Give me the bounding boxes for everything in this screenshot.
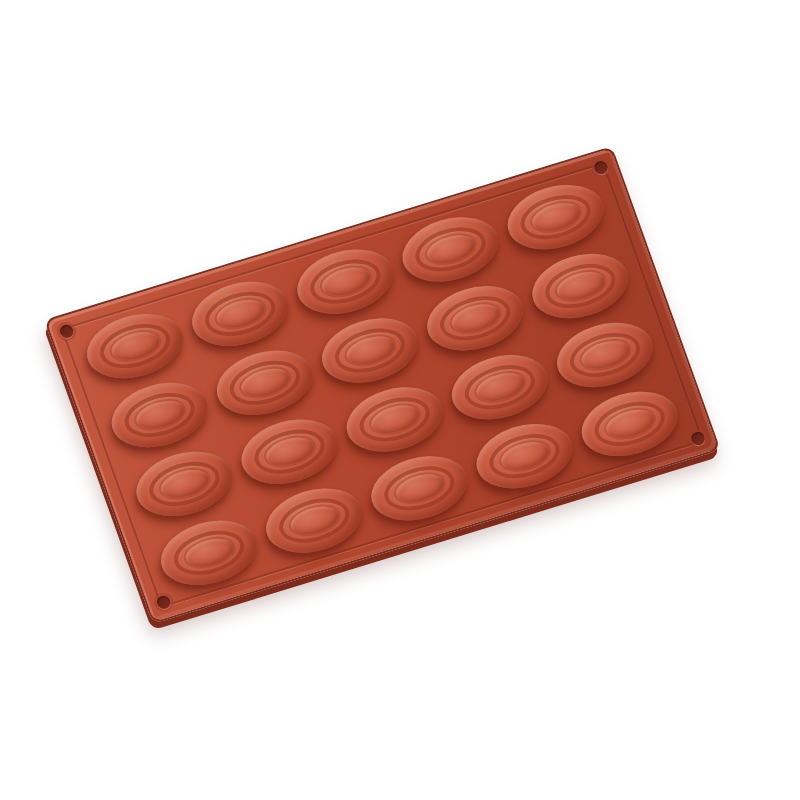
hanging-hole-left [58, 323, 75, 339]
mold-cavity [313, 307, 427, 393]
hanging-hole-top [593, 160, 610, 176]
hanging-hole-right [690, 430, 707, 446]
mold-cavity [232, 409, 346, 495]
silicone-mold [44, 146, 721, 624]
mold-cavity [78, 303, 192, 389]
mold-cavity [288, 238, 402, 324]
mold-cavity [257, 477, 371, 563]
mold-cavity [338, 376, 452, 462]
mold-cavity [208, 340, 322, 426]
mold-cavity [523, 243, 637, 329]
mold-cavity [103, 372, 217, 458]
mold-cavity [362, 445, 476, 531]
mold-cavity [467, 413, 581, 499]
mold-cavity [418, 275, 532, 361]
hanging-hole-bottom [155, 594, 172, 610]
mold-cavity [183, 271, 297, 357]
mold-cavity [443, 344, 557, 430]
mold-cavity [548, 312, 662, 398]
mold-cavity [499, 174, 613, 260]
cavity-grid [78, 174, 687, 596]
mold-cavity [152, 510, 266, 596]
mold-cavity [127, 441, 241, 527]
mold-cavity [393, 206, 507, 292]
mold-cavity [573, 381, 687, 467]
product-photo [0, 0, 800, 800]
